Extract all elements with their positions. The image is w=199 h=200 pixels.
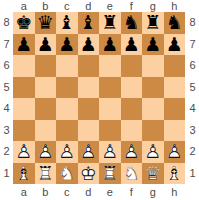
square-f6[interactable]	[121, 55, 143, 77]
square-f1[interactable]: ♞♘	[121, 163, 143, 185]
square-h4[interactable]	[164, 98, 186, 120]
square-a1[interactable]: ♝♗	[13, 163, 35, 185]
square-d1[interactable]: ♚♔	[78, 163, 100, 185]
rank-labels-left: 87654321	[0, 12, 13, 184]
square-e8[interactable]: ♜	[99, 12, 121, 34]
square-a7[interactable]: ♟	[13, 34, 35, 56]
black-knight[interactable]: ♞	[121, 12, 143, 34]
piece-outline-layer: ♗	[13, 163, 35, 185]
square-a5[interactable]	[13, 77, 35, 99]
white-queen[interactable]: ♛♕	[142, 163, 164, 185]
square-h8[interactable]: ♞	[164, 12, 186, 34]
piece-outline-layer: ♙	[56, 141, 78, 163]
square-c7[interactable]: ♟	[56, 34, 78, 56]
black-pawn[interactable]: ♟	[142, 34, 164, 56]
square-e1[interactable]: ♜♖	[99, 163, 121, 185]
square-b6[interactable]	[35, 55, 57, 77]
rank-label-left-6: 6	[0, 55, 13, 77]
square-f5[interactable]	[121, 77, 143, 99]
square-b8[interactable]: ♛	[35, 12, 57, 34]
square-f2[interactable]: ♟♙	[121, 141, 143, 163]
white-knight[interactable]: ♞♘	[56, 163, 78, 185]
square-b1[interactable]: ♜♖	[35, 163, 57, 185]
square-d8[interactable]: ♝	[78, 12, 100, 34]
square-e2[interactable]: ♟♙	[99, 141, 121, 163]
black-king[interactable]: ♚	[13, 12, 35, 34]
white-pawn[interactable]: ♟♙	[164, 141, 186, 163]
file-label-bottom-h: h	[164, 185, 186, 200]
white-pawn[interactable]: ♟♙	[35, 141, 57, 163]
file-label-bottom-a: a	[13, 185, 35, 200]
square-a8[interactable]: ♚	[13, 12, 35, 34]
square-h5[interactable]	[164, 77, 186, 99]
black-pawn[interactable]: ♟	[56, 34, 78, 56]
piece-outline-layer: ♙	[99, 141, 121, 163]
white-pawn[interactable]: ♟♙	[121, 141, 143, 163]
square-g5[interactable]	[142, 77, 164, 99]
square-c4[interactable]	[56, 98, 78, 120]
square-b4[interactable]	[35, 98, 57, 120]
black-queen[interactable]: ♛	[35, 12, 57, 34]
square-e3[interactable]	[99, 120, 121, 142]
black-bishop[interactable]: ♝	[56, 12, 78, 34]
square-f3[interactable]	[121, 120, 143, 142]
square-b3[interactable]	[35, 120, 57, 142]
square-d2[interactable]: ♟♙	[78, 141, 100, 163]
rank-label-left-2: 2	[0, 141, 13, 163]
piece-outline-layer: ♙	[78, 141, 100, 163]
piece-outline-layer: ♔	[78, 163, 100, 185]
piece-outline-layer: ♗	[164, 163, 186, 185]
white-pawn[interactable]: ♟♙	[13, 141, 35, 163]
rank-label-right-5: 5	[186, 77, 199, 99]
square-b2[interactable]: ♟♙	[35, 141, 57, 163]
rank-label-left-8: 8	[0, 12, 13, 34]
square-a4[interactable]	[13, 98, 35, 120]
square-h6[interactable]	[164, 55, 186, 77]
chess-board[interactable]: ♚♛♝♝♜♞♜♞♟♟♟♟♟♟♟♟♟♙♟♙♟♙♟♙♟♙♟♙♟♙♟♙♝♗♜♖♞♘♚♔…	[13, 12, 185, 184]
square-g1[interactable]: ♛♕	[142, 163, 164, 185]
black-knight[interactable]: ♞	[164, 12, 186, 34]
square-c5[interactable]	[56, 77, 78, 99]
rank-label-right-3: 3	[186, 120, 199, 142]
square-f4[interactable]	[121, 98, 143, 120]
square-g8[interactable]: ♜	[142, 12, 164, 34]
square-h2[interactable]: ♟♙	[164, 141, 186, 163]
square-e4[interactable]	[99, 98, 121, 120]
square-e6[interactable]	[99, 55, 121, 77]
square-g6[interactable]	[142, 55, 164, 77]
white-rook[interactable]: ♜♖	[35, 163, 57, 185]
square-g2[interactable]: ♟♙	[142, 141, 164, 163]
file-labels-bottom: abcdefgh	[13, 185, 185, 200]
file-label-bottom-b: b	[35, 185, 57, 200]
file-label-bottom-e: e	[99, 185, 121, 200]
square-d6[interactable]	[78, 55, 100, 77]
square-c3[interactable]	[56, 120, 78, 142]
black-pawn[interactable]: ♟	[164, 34, 186, 56]
square-g7[interactable]: ♟	[142, 34, 164, 56]
square-f7[interactable]: ♟	[121, 34, 143, 56]
square-e7[interactable]: ♟	[99, 34, 121, 56]
square-e5[interactable]	[99, 77, 121, 99]
white-rook[interactable]: ♜♖	[99, 163, 121, 185]
file-label-bottom-d: d	[78, 185, 100, 200]
piece-outline-layer: ♙	[142, 141, 164, 163]
black-pawn[interactable]: ♟	[13, 34, 35, 56]
square-c2[interactable]: ♟♙	[56, 141, 78, 163]
square-h1[interactable]: ♝♗	[164, 163, 186, 185]
piece-outline-layer: ♙	[13, 141, 35, 163]
square-g3[interactable]	[142, 120, 164, 142]
square-g4[interactable]	[142, 98, 164, 120]
white-pawn[interactable]: ♟♙	[99, 141, 121, 163]
black-pawn[interactable]: ♟	[99, 34, 121, 56]
white-pawn[interactable]: ♟♙	[56, 141, 78, 163]
piece-outline-layer: ♘	[121, 163, 143, 185]
square-a6[interactable]	[13, 55, 35, 77]
square-c6[interactable]	[56, 55, 78, 77]
piece-outline-layer: ♙	[164, 141, 186, 163]
piece-outline-layer: ♕	[142, 163, 164, 185]
white-pawn[interactable]: ♟♙	[78, 141, 100, 163]
piece-outline-layer: ♙	[35, 141, 57, 163]
file-label-bottom-g: g	[142, 185, 164, 200]
square-d7[interactable]: ♟	[78, 34, 100, 56]
white-knight[interactable]: ♞♘	[121, 163, 143, 185]
square-f8[interactable]: ♞	[121, 12, 143, 34]
white-pawn[interactable]: ♟♙	[142, 141, 164, 163]
square-d3[interactable]	[78, 120, 100, 142]
piece-outline-layer: ♘	[56, 163, 78, 185]
file-label-bottom-c: c	[56, 185, 78, 200]
square-b5[interactable]	[35, 77, 57, 99]
black-pawn[interactable]: ♟	[35, 34, 57, 56]
rank-label-right-1: 1	[186, 163, 199, 185]
black-bishop[interactable]: ♝	[78, 12, 100, 34]
black-pawn[interactable]: ♟	[78, 34, 100, 56]
rank-label-right-4: 4	[186, 98, 199, 120]
black-rook[interactable]: ♜	[99, 12, 121, 34]
square-c8[interactable]: ♝	[56, 12, 78, 34]
rank-label-left-5: 5	[0, 77, 13, 99]
square-h7[interactable]: ♟	[164, 34, 186, 56]
piece-outline-layer: ♖	[35, 163, 57, 185]
white-bishop[interactable]: ♝♗	[164, 163, 186, 185]
rank-label-left-3: 3	[0, 120, 13, 142]
square-a3[interactable]	[13, 120, 35, 142]
square-c1[interactable]: ♞♘	[56, 163, 78, 185]
white-bishop[interactable]: ♝♗	[13, 163, 35, 185]
black-rook[interactable]: ♜	[142, 12, 164, 34]
rank-label-left-7: 7	[0, 34, 13, 56]
square-d5[interactable]	[78, 77, 100, 99]
rank-label-right-2: 2	[186, 141, 199, 163]
rank-label-right-8: 8	[186, 12, 199, 34]
square-a2[interactable]: ♟♙	[13, 141, 35, 163]
rank-labels-right: 87654321	[186, 12, 199, 184]
rank-label-left-4: 4	[0, 98, 13, 120]
rank-label-right-7: 7	[186, 34, 199, 56]
square-h3[interactable]	[164, 120, 186, 142]
square-d4[interactable]	[78, 98, 100, 120]
chessboard-widget: abcdefgh 87654321 ♚♛♝♝♜♞♜♞♟♟♟♟♟♟♟♟♟♙♟♙♟♙…	[0, 0, 199, 200]
black-pawn[interactable]: ♟	[121, 34, 143, 56]
piece-outline-layer: ♖	[99, 163, 121, 185]
white-king[interactable]: ♚♔	[78, 163, 100, 185]
piece-outline-layer: ♙	[121, 141, 143, 163]
rank-label-right-6: 6	[186, 55, 199, 77]
file-label-bottom-f: f	[121, 185, 143, 200]
square-b7[interactable]: ♟	[35, 34, 57, 56]
rank-label-left-1: 1	[0, 163, 13, 185]
